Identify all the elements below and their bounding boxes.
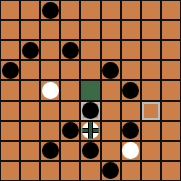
cell-r6c4[interactable] xyxy=(81,122,99,140)
cell-r2c3[interactable] xyxy=(61,41,79,59)
cell-r4c8[interactable] xyxy=(162,81,180,99)
cell-r0c5[interactable] xyxy=(102,1,120,19)
cell-r6c2[interactable] xyxy=(41,122,59,140)
cell-r3c7[interactable] xyxy=(142,61,160,79)
cell-r7c0[interactable] xyxy=(1,142,19,160)
cell-r5c6[interactable] xyxy=(122,102,140,120)
cell-r4c6[interactable] xyxy=(122,81,140,99)
cell-r8c0[interactable] xyxy=(1,162,19,180)
cell-r5c4[interactable] xyxy=(81,102,99,120)
cell-r2c1[interactable] xyxy=(21,41,39,59)
cell-r3c1[interactable] xyxy=(21,61,39,79)
cell-r4c3[interactable] xyxy=(61,81,79,99)
cell-r1c4[interactable] xyxy=(81,21,99,39)
cell-r7c4[interactable] xyxy=(81,142,99,160)
black-stone xyxy=(62,122,79,139)
cell-r3c5[interactable] xyxy=(102,61,120,79)
cell-r3c4[interactable] xyxy=(81,61,99,79)
cell-r6c1[interactable] xyxy=(21,122,39,140)
cell-r4c2[interactable] xyxy=(41,81,59,99)
cell-r8c1[interactable] xyxy=(21,162,39,180)
black-stone xyxy=(102,62,119,79)
cell-r7c2[interactable] xyxy=(41,142,59,160)
cell-r6c8[interactable] xyxy=(162,122,180,140)
cell-r8c5[interactable] xyxy=(102,162,120,180)
white-stone xyxy=(42,82,59,99)
cell-r1c3[interactable] xyxy=(61,21,79,39)
cell-r8c4[interactable] xyxy=(81,162,99,180)
cell-r0c6[interactable] xyxy=(122,1,140,19)
crossed-white-stone xyxy=(82,122,99,139)
cell-r7c1[interactable] xyxy=(21,142,39,160)
black-stone xyxy=(62,42,79,59)
cell-r0c1[interactable] xyxy=(21,1,39,19)
cell-r3c0[interactable] xyxy=(1,61,19,79)
cell-r1c6[interactable] xyxy=(122,21,140,39)
cell-r8c7[interactable] xyxy=(142,162,160,180)
black-stone xyxy=(42,142,59,159)
cell-r0c2[interactable] xyxy=(41,1,59,19)
black-stone xyxy=(122,122,139,139)
black-stone xyxy=(2,62,19,79)
cell-r2c0[interactable] xyxy=(1,41,19,59)
cell-r5c3[interactable] xyxy=(61,102,79,120)
cell-r2c7[interactable] xyxy=(142,41,160,59)
cell-r5c5[interactable] xyxy=(102,102,120,120)
cell-r7c8[interactable] xyxy=(162,142,180,160)
highlight-square-r4c4[interactable] xyxy=(81,81,99,99)
cell-r1c0[interactable] xyxy=(1,21,19,39)
cell-r0c4[interactable] xyxy=(81,1,99,19)
cell-r6c7[interactable] xyxy=(142,122,160,140)
cell-r6c0[interactable] xyxy=(1,122,19,140)
cell-r5c0[interactable] xyxy=(1,102,19,120)
cell-r2c8[interactable] xyxy=(162,41,180,59)
white-stone xyxy=(122,142,139,159)
cell-r7c5[interactable] xyxy=(102,142,120,160)
cell-r7c6[interactable] xyxy=(122,142,140,160)
cell-r0c0[interactable] xyxy=(1,1,19,19)
cell-r8c2[interactable] xyxy=(41,162,59,180)
cell-r4c5[interactable] xyxy=(102,81,120,99)
black-stone xyxy=(42,2,59,19)
cell-r8c3[interactable] xyxy=(61,162,79,180)
cell-r2c2[interactable] xyxy=(41,41,59,59)
cell-r3c6[interactable] xyxy=(122,61,140,79)
cell-r7c7[interactable] xyxy=(142,142,160,160)
cell-r2c6[interactable] xyxy=(122,41,140,59)
black-stone xyxy=(82,102,99,119)
cell-r1c5[interactable] xyxy=(102,21,120,39)
cell-r4c0[interactable] xyxy=(1,81,19,99)
cell-r0c8[interactable] xyxy=(162,1,180,19)
cell-r1c7[interactable] xyxy=(142,21,160,39)
cell-r3c8[interactable] xyxy=(162,61,180,79)
black-stone xyxy=(82,142,99,159)
black-stone xyxy=(22,42,39,59)
cell-r0c3[interactable] xyxy=(61,1,79,19)
cell-r1c8[interactable] xyxy=(162,21,180,39)
cell-r8c6[interactable] xyxy=(122,162,140,180)
black-stone xyxy=(122,82,139,99)
cell-r0c7[interactable] xyxy=(142,1,160,19)
selection-outline-r5c7[interactable] xyxy=(142,102,160,120)
cell-r1c2[interactable] xyxy=(41,21,59,39)
cell-r2c5[interactable] xyxy=(102,41,120,59)
cell-r7c3[interactable] xyxy=(61,142,79,160)
cell-r3c3[interactable] xyxy=(61,61,79,79)
cell-r1c1[interactable] xyxy=(21,21,39,39)
cell-r2c4[interactable] xyxy=(81,41,99,59)
cell-r3c2[interactable] xyxy=(41,61,59,79)
cell-r6c6[interactable] xyxy=(122,122,140,140)
cell-r5c8[interactable] xyxy=(162,102,180,120)
black-stone xyxy=(102,162,119,179)
cell-r4c7[interactable] xyxy=(142,81,160,99)
cross-vertical-bar-icon xyxy=(88,122,93,139)
cell-r5c2[interactable] xyxy=(41,102,59,120)
cell-r8c8[interactable] xyxy=(162,162,180,180)
game-board xyxy=(0,0,181,181)
cell-r5c1[interactable] xyxy=(21,102,39,120)
cell-r6c5[interactable] xyxy=(102,122,120,140)
cell-r4c1[interactable] xyxy=(21,81,39,99)
cell-r6c3[interactable] xyxy=(61,122,79,140)
